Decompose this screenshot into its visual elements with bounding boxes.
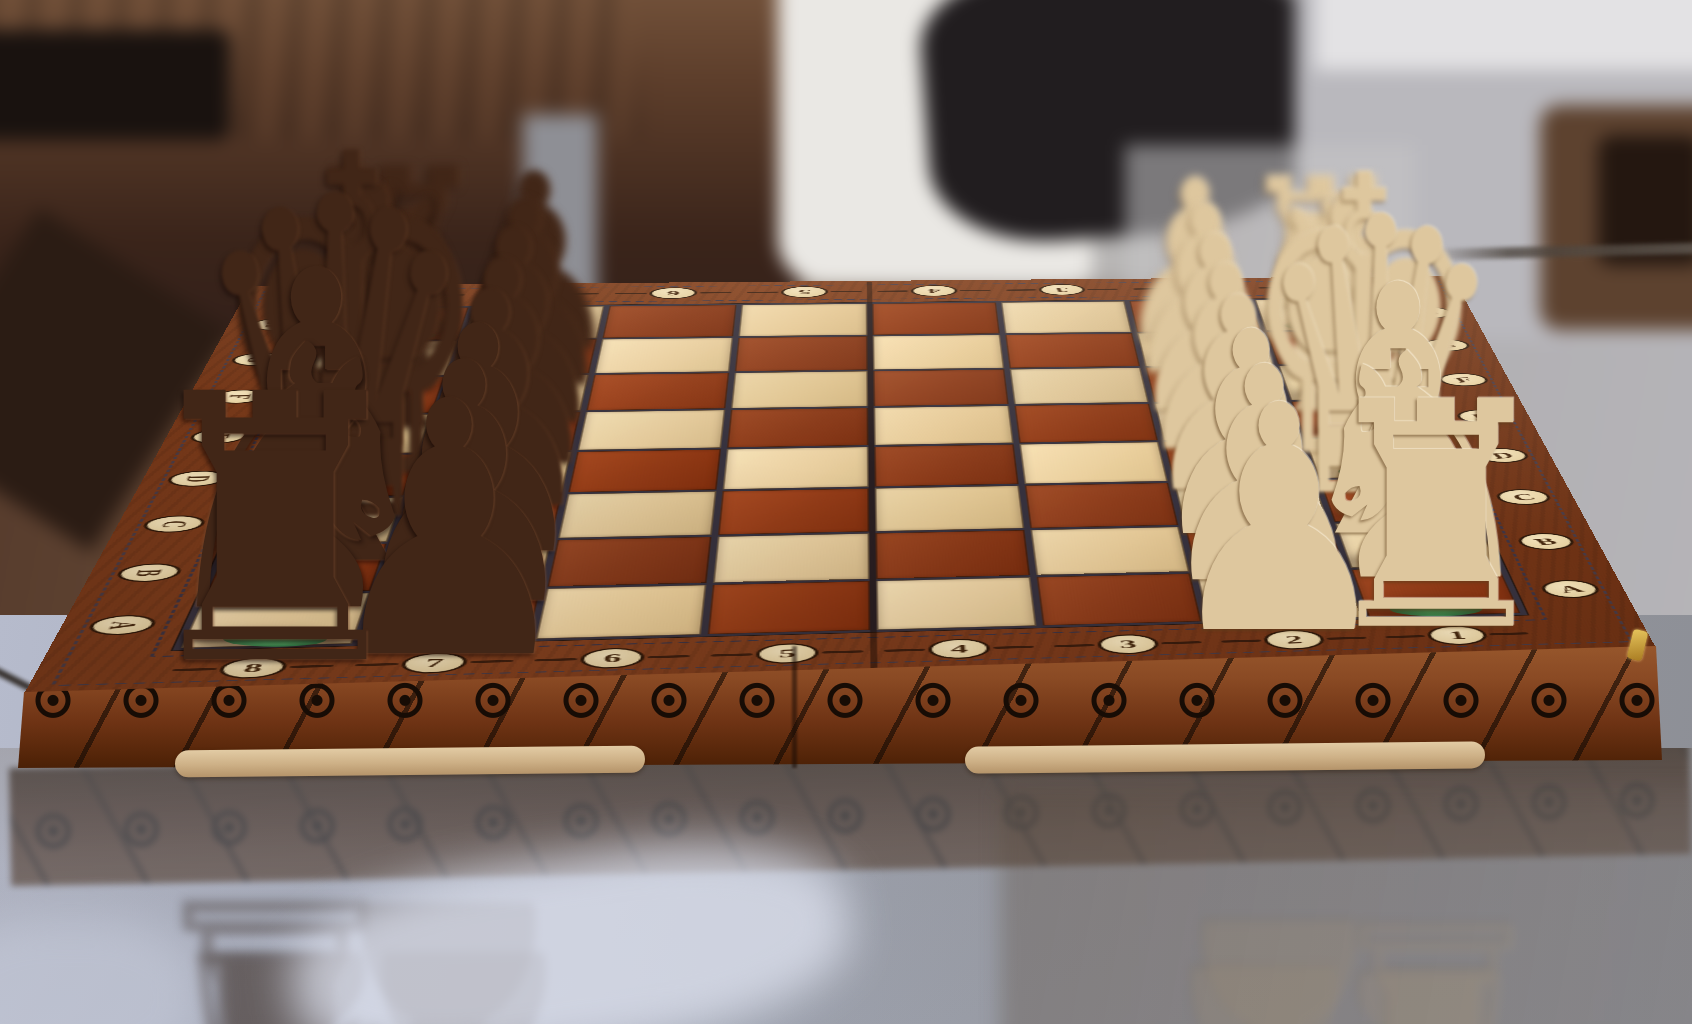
- coord-right-A: A: [1538, 579, 1603, 598]
- square-g1[interactable]: [1266, 331, 1403, 365]
- square-c6[interactable]: [557, 491, 716, 537]
- square-g5[interactable]: [735, 336, 868, 371]
- coord-right-C: C: [1494, 489, 1554, 506]
- square-e3[interactable]: [1015, 404, 1157, 443]
- square-e5[interactable]: [727, 408, 869, 448]
- coord-back-4: 4: [911, 285, 958, 297]
- square-b8[interactable]: [206, 543, 387, 594]
- coord-front-6: 6: [579, 647, 646, 669]
- coord-right-G: G: [1420, 339, 1473, 352]
- square-a3[interactable]: [1037, 573, 1201, 625]
- coord-front-7: 7: [399, 652, 470, 674]
- square-a2[interactable]: [1195, 570, 1361, 622]
- coord-left-C: C: [140, 515, 209, 533]
- coord-left-A: A: [85, 615, 160, 636]
- dark-reflection-right: [1000, 788, 1692, 1024]
- coord-back-5: 5: [781, 286, 828, 298]
- square-a8[interactable]: [181, 593, 370, 648]
- square-e4[interactable]: [874, 406, 1014, 445]
- square-d7[interactable]: [410, 452, 570, 496]
- coord-right-E: E: [1454, 409, 1510, 423]
- coord-right-F: F: [1437, 373, 1491, 386]
- board-handle-right: [965, 741, 1485, 773]
- square-h2[interactable]: [1129, 300, 1261, 332]
- square-e8[interactable]: [270, 414, 432, 455]
- square-h8[interactable]: [323, 307, 469, 341]
- square-g8[interactable]: [307, 341, 458, 377]
- square-f4[interactable]: [873, 369, 1009, 406]
- square-g6[interactable]: [594, 338, 733, 373]
- coord-back-7: 7: [514, 288, 566, 300]
- square-h6[interactable]: [602, 305, 736, 338]
- square-d5[interactable]: [722, 447, 868, 490]
- coord-front-4: 4: [928, 638, 991, 659]
- square-h5[interactable]: [738, 304, 867, 337]
- square-a5[interactable]: [707, 581, 870, 634]
- coord-left-E: E: [187, 428, 250, 444]
- square-c1[interactable]: [1319, 477, 1476, 521]
- square-d6[interactable]: [567, 449, 720, 492]
- square-b1[interactable]: [1335, 520, 1498, 567]
- coord-front-3: 3: [1096, 634, 1160, 655]
- square-g3[interactable]: [1006, 333, 1140, 367]
- coord-front-1: 1: [1424, 625, 1490, 646]
- coord-left-D: D: [164, 470, 230, 487]
- square-e1[interactable]: [1291, 400, 1438, 438]
- square-g4[interactable]: [873, 335, 1005, 370]
- square-a1[interactable]: [1351, 566, 1520, 617]
- square-b2[interactable]: [1184, 523, 1344, 571]
- square-b6[interactable]: [547, 536, 712, 586]
- coord-back-3: 3: [1038, 284, 1086, 296]
- square-d2[interactable]: [1163, 440, 1312, 481]
- square-g7[interactable]: [451, 339, 596, 374]
- chessboard[interactable]: 88AA77BB66CC55DD44EE33FF22GG11HH: [24, 276, 1656, 694]
- coord-back-2: 2: [1164, 283, 1212, 294]
- square-c7[interactable]: [394, 494, 560, 541]
- coord-front-2: 2: [1262, 629, 1327, 650]
- square-d8[interactable]: [250, 454, 418, 498]
- square-c5[interactable]: [718, 489, 869, 535]
- coord-left-F: F: [209, 389, 270, 404]
- square-f3[interactable]: [1010, 367, 1148, 404]
- coord-right-B: B: [1515, 533, 1577, 551]
- square-f2[interactable]: [1145, 366, 1285, 402]
- square-c8[interactable]: [229, 497, 403, 544]
- square-c3[interactable]: [1025, 483, 1177, 528]
- square-b7[interactable]: [378, 540, 551, 591]
- square-d4[interactable]: [874, 444, 1019, 486]
- coord-back-8: 8: [378, 290, 432, 302]
- white-wall-band: [1315, 0, 1692, 70]
- scene-chess-photo: ♞♟♟♞♜♟♟♜ 88AA77BB66CC55DD44EE33FF22GG11H…: [0, 0, 1692, 1024]
- square-b5[interactable]: [713, 533, 870, 582]
- square-h1[interactable]: [1255, 299, 1388, 331]
- square-f8[interactable]: [289, 376, 445, 414]
- coord-back-1: 1: [1288, 282, 1337, 293]
- board-squares: [170, 297, 1529, 651]
- square-c4[interactable]: [875, 486, 1025, 531]
- square-f1[interactable]: [1278, 364, 1420, 400]
- square-d3[interactable]: [1020, 442, 1167, 484]
- glass-reflections: ♞♟♟♞♜♟♟♜: [0, 748, 1692, 1024]
- square-a7[interactable]: [359, 589, 539, 644]
- coord-right-H: H: [1404, 307, 1455, 319]
- square-f5[interactable]: [731, 371, 868, 408]
- coord-right-D: D: [1473, 448, 1531, 463]
- square-h4[interactable]: [872, 302, 1000, 334]
- dark-shelf-blur: [0, 30, 230, 140]
- square-h7[interactable]: [464, 306, 604, 339]
- coord-front-8: 8: [216, 657, 290, 679]
- square-e6[interactable]: [577, 410, 725, 450]
- square-a4[interactable]: [876, 577, 1037, 630]
- board-handle-left: [175, 746, 645, 778]
- square-b3[interactable]: [1031, 527, 1189, 575]
- coord-left-H: H: [248, 318, 305, 331]
- square-e2[interactable]: [1154, 402, 1299, 441]
- coord-left-G: G: [229, 353, 288, 367]
- coord-left-B: B: [113, 563, 185, 583]
- square-h3[interactable]: [1001, 301, 1131, 333]
- square-g2[interactable]: [1137, 332, 1273, 366]
- square-f6[interactable]: [586, 373, 729, 411]
- square-e7[interactable]: [425, 412, 580, 453]
- square-c2[interactable]: [1173, 480, 1328, 525]
- square-d1[interactable]: [1305, 437, 1457, 478]
- board-fold-seam-front: [792, 646, 797, 768]
- coord-front-5: 5: [755, 643, 818, 665]
- square-a6[interactable]: [535, 585, 706, 639]
- square-b4[interactable]: [875, 530, 1030, 579]
- coord-back-6: 6: [648, 287, 697, 299]
- square-f7[interactable]: [439, 375, 588, 413]
